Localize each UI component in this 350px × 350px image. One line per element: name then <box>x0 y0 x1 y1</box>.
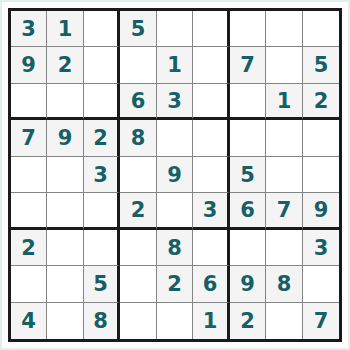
cell-r5c3: 3 <box>84 157 121 194</box>
cell-r7c8[interactable] <box>266 230 303 267</box>
cell-r8c9[interactable] <box>303 266 340 303</box>
cell-r2c8[interactable] <box>266 47 303 84</box>
cell-r8c3: 5 <box>84 266 121 303</box>
cell-r2c4[interactable] <box>120 47 157 84</box>
cell-r9c4[interactable] <box>120 303 157 340</box>
cell-r5c7: 5 <box>230 157 267 194</box>
cell-r3c1[interactable] <box>11 84 48 121</box>
cell-r9c3: 8 <box>84 303 121 340</box>
cell-r6c2[interactable] <box>47 193 84 230</box>
cell-r9c6: 1 <box>193 303 230 340</box>
cell-r4c3: 2 <box>84 120 121 157</box>
cell-r5c5: 9 <box>157 157 194 194</box>
cell-r2c6[interactable] <box>193 47 230 84</box>
cell-r4c2: 9 <box>47 120 84 157</box>
cell-r9c1: 4 <box>11 303 48 340</box>
cell-r8c5: 2 <box>157 266 194 303</box>
cell-r3c4: 6 <box>120 84 157 121</box>
cell-r6c4: 2 <box>120 193 157 230</box>
cell-r9c7: 2 <box>230 303 267 340</box>
cell-r6c1[interactable] <box>11 193 48 230</box>
cell-r7c1: 2 <box>11 230 48 267</box>
cell-r3c5: 3 <box>157 84 194 121</box>
cell-r3c7[interactable] <box>230 84 267 121</box>
cell-r3c8: 1 <box>266 84 303 121</box>
screenshot-frame: 3159217563127928395236792835269848127 <box>0 0 350 350</box>
cell-r8c8: 8 <box>266 266 303 303</box>
cell-r5c8[interactable] <box>266 157 303 194</box>
cell-r9c2[interactable] <box>47 303 84 340</box>
cell-r7c6[interactable] <box>193 230 230 267</box>
cell-r3c3[interactable] <box>84 84 121 121</box>
cell-r1c6[interactable] <box>193 11 230 48</box>
cell-r9c5[interactable] <box>157 303 194 340</box>
cell-r4c4: 8 <box>120 120 157 157</box>
cell-r3c9: 2 <box>303 84 340 121</box>
cell-r6c9: 9 <box>303 193 340 230</box>
cell-r5c1[interactable] <box>11 157 48 194</box>
cell-r2c3[interactable] <box>84 47 121 84</box>
cell-r2c2: 2 <box>47 47 84 84</box>
cell-r7c9: 3 <box>303 230 340 267</box>
cell-r6c5[interactable] <box>157 193 194 230</box>
cell-r5c9[interactable] <box>303 157 340 194</box>
cell-r8c2[interactable] <box>47 266 84 303</box>
cell-r7c7[interactable] <box>230 230 267 267</box>
cell-r8c4[interactable] <box>120 266 157 303</box>
cell-r9c8[interactable] <box>266 303 303 340</box>
cell-r7c5: 8 <box>157 230 194 267</box>
cell-r4c7[interactable] <box>230 120 267 157</box>
cell-r4c9[interactable] <box>303 120 340 157</box>
cell-r2c1: 9 <box>11 47 48 84</box>
cell-r6c7: 6 <box>230 193 267 230</box>
cell-r7c2[interactable] <box>47 230 84 267</box>
cell-r2c7: 7 <box>230 47 267 84</box>
cell-r8c6: 6 <box>193 266 230 303</box>
cell-r4c1: 7 <box>11 120 48 157</box>
cell-r9c9: 7 <box>303 303 340 340</box>
cell-r4c5[interactable] <box>157 120 194 157</box>
cell-r4c8[interactable] <box>266 120 303 157</box>
cell-r5c2[interactable] <box>47 157 84 194</box>
cell-r3c2[interactable] <box>47 84 84 121</box>
cell-r8c7: 9 <box>230 266 267 303</box>
cell-r5c4[interactable] <box>120 157 157 194</box>
cell-r7c4[interactable] <box>120 230 157 267</box>
cell-r1c2: 1 <box>47 11 84 48</box>
cell-r5c6[interactable] <box>193 157 230 194</box>
cell-r1c9[interactable] <box>303 11 340 48</box>
cell-r3c6[interactable] <box>193 84 230 121</box>
cell-r1c7[interactable] <box>230 11 267 48</box>
cell-r6c8: 7 <box>266 193 303 230</box>
cell-r7c3[interactable] <box>84 230 121 267</box>
cell-r6c3[interactable] <box>84 193 121 230</box>
cell-r6c6: 3 <box>193 193 230 230</box>
cell-r2c9: 5 <box>303 47 340 84</box>
cell-r1c3[interactable] <box>84 11 121 48</box>
cell-r1c8[interactable] <box>266 11 303 48</box>
cell-r4c6[interactable] <box>193 120 230 157</box>
sudoku-board: 3159217563127928395236792835269848127 <box>8 8 343 343</box>
cell-r2c5: 1 <box>157 47 194 84</box>
cell-r1c4: 5 <box>120 11 157 48</box>
cell-r1c1: 3 <box>11 11 48 48</box>
cell-r8c1[interactable] <box>11 266 48 303</box>
cell-r1c5[interactable] <box>157 11 194 48</box>
